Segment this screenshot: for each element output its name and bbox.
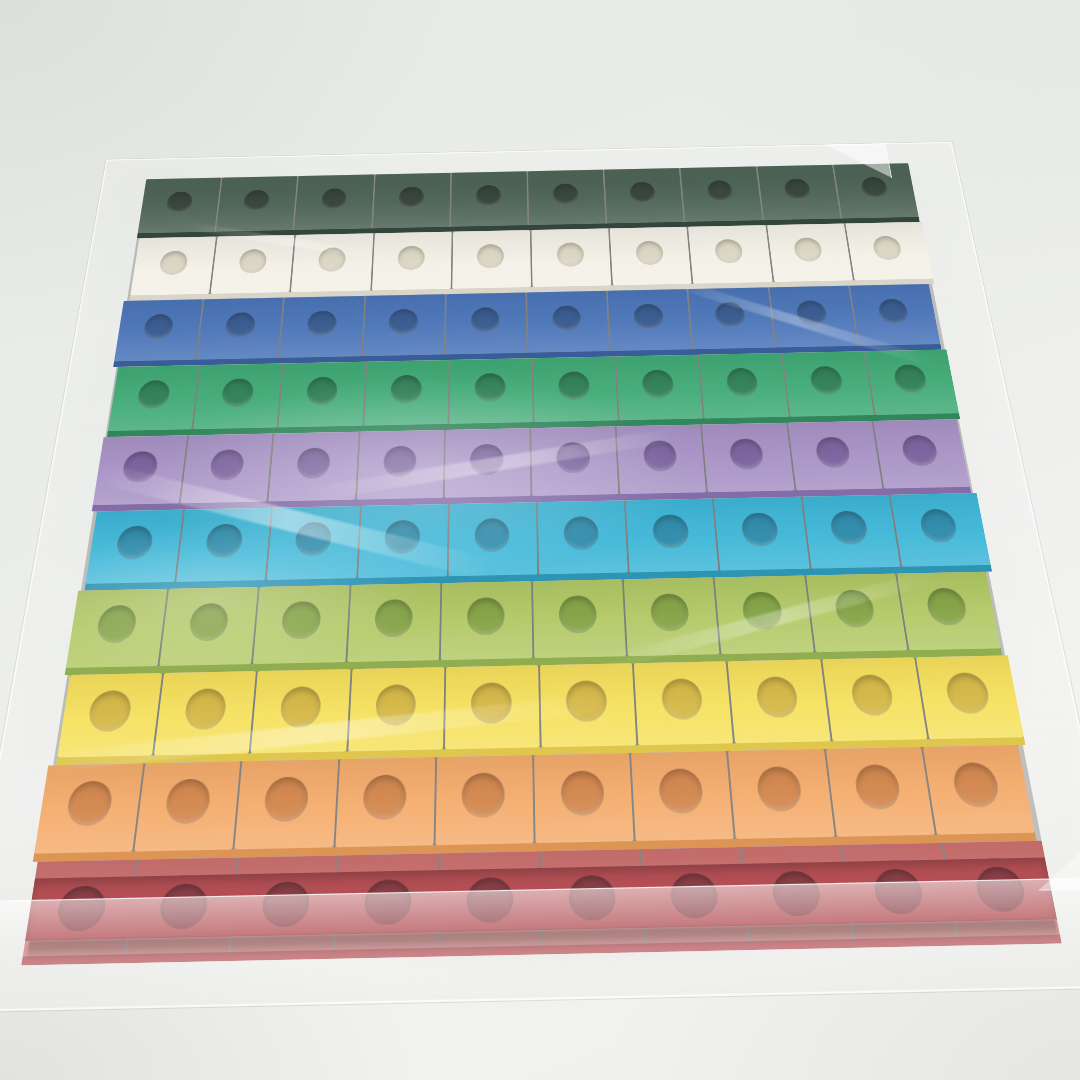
- cube: [608, 289, 692, 351]
- cube-hole: [65, 781, 114, 827]
- cube: [160, 587, 259, 666]
- cube-hole: [706, 180, 733, 202]
- cube: [445, 665, 540, 749]
- cube: [335, 757, 435, 847]
- cube-hole: [115, 525, 155, 560]
- cube: [108, 365, 200, 431]
- cube: [714, 497, 810, 571]
- cube-hole: [944, 672, 991, 713]
- cube-hole: [658, 768, 704, 814]
- cube: [534, 753, 634, 843]
- cube-hole: [714, 239, 743, 263]
- cube: [688, 287, 775, 349]
- cube: [347, 583, 440, 662]
- cube-hole: [755, 676, 799, 718]
- cube: [782, 351, 874, 416]
- cube: [923, 745, 1035, 835]
- cube: [533, 357, 618, 423]
- cube: [897, 572, 1001, 651]
- cube: [769, 286, 858, 348]
- cube: [802, 495, 900, 569]
- cube: [364, 360, 449, 426]
- cube-hole: [783, 179, 811, 201]
- cube-hole: [95, 605, 138, 643]
- cube: [538, 500, 628, 574]
- cube: [681, 166, 763, 221]
- cube: [533, 579, 626, 658]
- cube-hole: [714, 302, 745, 328]
- cube-row-lime: [65, 572, 1003, 675]
- cube: [604, 168, 684, 223]
- cube-hole: [901, 434, 939, 465]
- cube: [728, 659, 830, 743]
- cube-hole: [892, 364, 928, 393]
- cube-hole: [741, 512, 780, 546]
- cube: [916, 655, 1024, 739]
- cube-hole: [183, 688, 227, 730]
- cube-hole: [872, 236, 903, 260]
- cube-hole: [389, 309, 419, 335]
- cube: [372, 232, 452, 291]
- cube-hole: [383, 445, 417, 477]
- cube-hole: [563, 516, 599, 551]
- cube: [865, 350, 959, 415]
- cube-hole: [877, 298, 910, 324]
- cube-hole: [849, 674, 895, 715]
- cube-hole: [166, 191, 194, 213]
- cube: [216, 176, 298, 232]
- cube-hole: [188, 603, 229, 641]
- cube-hole: [238, 249, 267, 273]
- cube-hole: [553, 183, 579, 205]
- cube-hole: [635, 241, 663, 265]
- cube: [253, 585, 349, 664]
- cube: [616, 355, 703, 421]
- cube: [528, 170, 606, 225]
- scene: [0, 0, 1080, 1080]
- cube-hole: [475, 373, 506, 402]
- cube: [634, 661, 734, 745]
- cube-hole: [205, 524, 244, 559]
- cube: [806, 574, 907, 653]
- cube: [452, 230, 531, 289]
- cube: [448, 502, 537, 576]
- cube-hole: [756, 766, 803, 812]
- cube-front-hole: [568, 875, 616, 921]
- cube-hole: [243, 190, 270, 212]
- cube: [845, 222, 933, 280]
- cube: [197, 298, 284, 360]
- cube-hole: [281, 601, 321, 639]
- cube: [66, 589, 168, 668]
- cube-hole: [630, 182, 657, 204]
- cube: [294, 174, 374, 230]
- cube-hole: [556, 243, 584, 267]
- cube: [57, 673, 162, 757]
- cube-hole: [321, 188, 348, 210]
- cube: [280, 296, 364, 358]
- cube-hole: [951, 762, 1002, 808]
- cube: [890, 493, 991, 567]
- cube-hole: [296, 447, 331, 479]
- cube-hole: [263, 777, 309, 823]
- cube-hole: [471, 682, 511, 724]
- cube-hole: [390, 375, 422, 404]
- cube: [348, 667, 444, 751]
- cube: [86, 510, 184, 584]
- cube-front-hole: [872, 869, 925, 915]
- cube-hole: [796, 300, 828, 326]
- cube-hole: [829, 511, 869, 545]
- cube-hole: [158, 251, 188, 275]
- cube: [617, 425, 707, 495]
- cube-hole: [925, 588, 969, 626]
- cube-hole: [279, 686, 322, 728]
- cube-hole: [742, 592, 783, 630]
- cube: [822, 657, 927, 741]
- cube: [788, 421, 883, 490]
- cube: [715, 576, 814, 655]
- cube-hole: [633, 304, 663, 330]
- cube-hole: [221, 378, 255, 407]
- cube: [373, 173, 451, 229]
- cube: [728, 749, 834, 839]
- cube: [449, 358, 533, 424]
- cube-hole: [918, 509, 959, 543]
- cube: [130, 237, 216, 296]
- cube: [176, 508, 271, 582]
- cube-hole: [725, 368, 759, 397]
- cube: [181, 434, 273, 504]
- cube-hole: [398, 246, 426, 270]
- cube-front-hole: [55, 885, 108, 931]
- cube: [358, 504, 448, 578]
- cube: [531, 228, 611, 287]
- cube-hole: [566, 680, 607, 722]
- cube: [610, 227, 692, 286]
- cube-hole: [558, 371, 590, 400]
- cube-hole: [860, 177, 889, 199]
- cube-hole: [471, 307, 500, 333]
- cube-hole: [556, 442, 590, 474]
- cube: [134, 761, 240, 851]
- cube: [540, 663, 637, 747]
- cube-hole: [477, 244, 504, 268]
- cube: [93, 435, 188, 505]
- cube: [850, 284, 941, 346]
- cube-hole: [122, 451, 159, 483]
- cube-hole: [814, 436, 851, 467]
- cube: [235, 759, 338, 849]
- cube: [357, 430, 444, 500]
- cube: [34, 763, 143, 853]
- cube-hole: [853, 764, 902, 810]
- cube: [193, 364, 282, 430]
- cube: [114, 299, 203, 361]
- cube: [757, 165, 840, 220]
- cube-hole: [318, 248, 346, 272]
- cube: [702, 423, 794, 492]
- cube-hole: [306, 377, 339, 406]
- cube-hole: [642, 370, 675, 399]
- cube-hole: [209, 449, 245, 481]
- cube-hole: [164, 779, 212, 825]
- cube-hole: [660, 678, 703, 720]
- cube: [631, 751, 734, 841]
- cube: [767, 224, 853, 282]
- cube-hole: [462, 772, 505, 818]
- cube: [624, 577, 720, 656]
- cube-hole: [552, 305, 582, 331]
- cube: [279, 362, 366, 428]
- cube: [826, 747, 935, 837]
- cube-hole: [384, 520, 420, 555]
- cube-hole: [87, 690, 133, 732]
- cube-hole: [476, 185, 501, 207]
- product-photo: [0, 0, 1080, 1080]
- cube: [251, 669, 350, 753]
- cube: [688, 225, 772, 283]
- cube-hole: [650, 594, 690, 632]
- cube-hole: [728, 438, 764, 469]
- cube-hole: [793, 238, 823, 262]
- cube-hole: [225, 312, 256, 338]
- cube: [527, 291, 609, 353]
- cube: [699, 353, 788, 418]
- cube-hole: [560, 770, 604, 816]
- cube-hole: [474, 518, 509, 553]
- cube: [441, 581, 533, 660]
- cube: [154, 671, 256, 755]
- cube-hole: [470, 443, 503, 475]
- cube-hole: [398, 187, 424, 209]
- cube-hole: [652, 514, 689, 548]
- cube-hole: [559, 596, 598, 634]
- cube: [445, 293, 526, 355]
- cube: [873, 419, 970, 488]
- cube-hole: [809, 366, 844, 395]
- cube-hole: [363, 774, 407, 820]
- cube-hole: [307, 310, 337, 336]
- cube-hole: [375, 684, 416, 726]
- cube-stack: [35, 163, 1045, 878]
- cube: [291, 233, 373, 292]
- cube: [451, 171, 528, 227]
- cube-hole: [295, 522, 332, 557]
- cube: [531, 426, 618, 496]
- cube: [833, 163, 918, 218]
- cube: [363, 294, 445, 356]
- cube: [138, 178, 221, 234]
- cube: [435, 755, 533, 845]
- cube: [626, 499, 719, 573]
- cube-hole: [142, 314, 174, 340]
- cube-hole: [137, 380, 172, 409]
- cube: [211, 235, 295, 294]
- cube: [269, 432, 359, 502]
- cube: [267, 506, 360, 580]
- cube-hole: [374, 599, 413, 637]
- cube-hole: [833, 590, 876, 628]
- cube: [444, 428, 530, 498]
- cube-hole: [642, 440, 677, 471]
- cube-hole: [467, 597, 505, 635]
